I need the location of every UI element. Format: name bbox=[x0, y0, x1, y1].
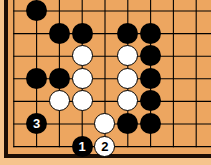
intersection[interactable] bbox=[25, 90, 48, 113]
intersection[interactable] bbox=[94, 0, 117, 22]
black-stone[interactable] bbox=[140, 23, 161, 44]
move-number: 2 bbox=[101, 139, 108, 152]
intersection[interactable] bbox=[2, 0, 25, 22]
intersection[interactable] bbox=[2, 112, 25, 135]
intersection[interactable] bbox=[185, 0, 208, 22]
intersection[interactable] bbox=[116, 135, 139, 158]
intersection[interactable] bbox=[94, 90, 117, 113]
black-stone[interactable] bbox=[26, 0, 47, 21]
black-stone[interactable] bbox=[72, 23, 93, 44]
intersection[interactable] bbox=[2, 67, 25, 90]
black-stone[interactable] bbox=[49, 23, 70, 44]
black-stone[interactable] bbox=[140, 45, 161, 66]
intersection[interactable] bbox=[2, 22, 25, 45]
white-stone[interactable] bbox=[72, 45, 93, 66]
intersection[interactable]: 3 bbox=[25, 112, 48, 135]
intersection[interactable] bbox=[48, 22, 71, 45]
intersection[interactable] bbox=[2, 90, 25, 113]
white-stone[interactable] bbox=[117, 45, 138, 66]
intersection[interactable] bbox=[139, 45, 162, 68]
black-stone[interactable] bbox=[140, 113, 161, 134]
intersection[interactable] bbox=[185, 112, 208, 135]
intersection[interactable] bbox=[2, 45, 25, 68]
intersection[interactable] bbox=[48, 67, 71, 90]
intersection[interactable] bbox=[48, 90, 71, 113]
intersection[interactable] bbox=[139, 112, 162, 135]
intersection[interactable] bbox=[48, 112, 71, 135]
intersection[interactable] bbox=[94, 45, 117, 68]
intersection[interactable] bbox=[25, 45, 48, 68]
intersection[interactable] bbox=[71, 22, 94, 45]
white-stone[interactable] bbox=[72, 68, 93, 89]
black-stone[interactable] bbox=[26, 68, 47, 89]
white-stone[interactable] bbox=[49, 90, 70, 111]
intersection[interactable] bbox=[71, 67, 94, 90]
intersection[interactable] bbox=[162, 90, 185, 113]
intersection[interactable] bbox=[25, 0, 48, 22]
black-stone[interactable] bbox=[140, 90, 161, 111]
intersection[interactable] bbox=[139, 67, 162, 90]
intersection[interactable] bbox=[25, 22, 48, 45]
board-grid: 312 bbox=[2, 0, 207, 157]
black-stone[interactable]: 3 bbox=[26, 113, 47, 134]
intersection[interactable] bbox=[71, 0, 94, 22]
white-stone[interactable]: 2 bbox=[94, 136, 115, 157]
intersection[interactable] bbox=[185, 90, 208, 113]
black-stone[interactable] bbox=[140, 68, 161, 89]
intersection[interactable] bbox=[71, 45, 94, 68]
go-board-diagram: 312 bbox=[0, 0, 211, 165]
intersection[interactable] bbox=[116, 45, 139, 68]
white-stone[interactable] bbox=[117, 90, 138, 111]
white-stone[interactable] bbox=[94, 113, 115, 134]
intersection[interactable] bbox=[185, 22, 208, 45]
move-number: 3 bbox=[33, 117, 40, 130]
intersection[interactable] bbox=[139, 135, 162, 158]
intersection[interactable] bbox=[185, 135, 208, 158]
intersection[interactable] bbox=[116, 0, 139, 22]
intersection[interactable] bbox=[162, 112, 185, 135]
intersection[interactable] bbox=[116, 90, 139, 113]
intersection[interactable] bbox=[185, 45, 208, 68]
intersection[interactable] bbox=[94, 67, 117, 90]
intersection[interactable] bbox=[48, 135, 71, 158]
intersection[interactable] bbox=[162, 45, 185, 68]
intersection[interactable] bbox=[71, 112, 94, 135]
intersection[interactable] bbox=[48, 0, 71, 22]
black-stone[interactable] bbox=[117, 113, 138, 134]
intersection[interactable] bbox=[162, 0, 185, 22]
intersection[interactable]: 2 bbox=[94, 135, 117, 158]
intersection[interactable] bbox=[94, 112, 117, 135]
intersection[interactable] bbox=[139, 90, 162, 113]
intersection[interactable] bbox=[162, 22, 185, 45]
intersection[interactable] bbox=[48, 45, 71, 68]
intersection[interactable] bbox=[139, 0, 162, 22]
intersection[interactable] bbox=[162, 135, 185, 158]
intersection[interactable] bbox=[2, 135, 25, 158]
intersection[interactable]: 1 bbox=[71, 135, 94, 158]
intersection[interactable] bbox=[162, 67, 185, 90]
black-stone[interactable] bbox=[117, 23, 138, 44]
intersection[interactable] bbox=[25, 67, 48, 90]
intersection[interactable] bbox=[94, 22, 117, 45]
intersection[interactable] bbox=[71, 90, 94, 113]
move-number: 1 bbox=[79, 139, 86, 152]
white-stone[interactable] bbox=[72, 90, 93, 111]
black-stone[interactable] bbox=[49, 68, 70, 89]
intersection[interactable] bbox=[116, 112, 139, 135]
intersection[interactable] bbox=[116, 67, 139, 90]
black-stone[interactable]: 1 bbox=[72, 136, 93, 157]
intersection[interactable] bbox=[116, 22, 139, 45]
intersection[interactable] bbox=[185, 67, 208, 90]
intersection[interactable] bbox=[139, 22, 162, 45]
intersection[interactable] bbox=[25, 135, 48, 158]
white-stone[interactable] bbox=[117, 68, 138, 89]
